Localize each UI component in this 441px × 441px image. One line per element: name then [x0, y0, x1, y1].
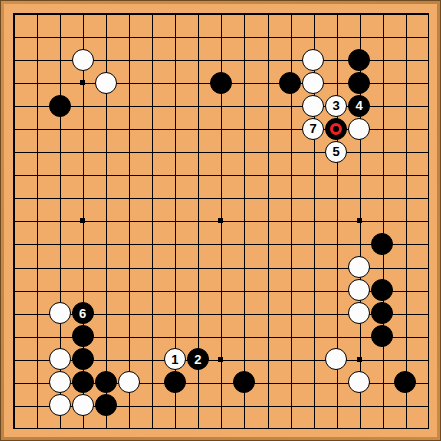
- star-point: [80, 218, 85, 223]
- stone-black-move-2[interactable]: 2: [187, 348, 209, 370]
- stone-white-move-7[interactable]: 7: [302, 118, 324, 140]
- go-board[interactable]: 3475126: [4, 4, 437, 437]
- stone-white[interactable]: [348, 302, 370, 324]
- stone-white[interactable]: [72, 49, 94, 71]
- stone-black[interactable]: [371, 325, 393, 347]
- star-point: [218, 218, 223, 223]
- star-point: [357, 218, 362, 223]
- stone-white[interactable]: [49, 302, 71, 324]
- stone-white[interactable]: [49, 394, 71, 416]
- stone-white-move-3[interactable]: 3: [325, 95, 347, 117]
- stone-black[interactable]: [371, 302, 393, 324]
- star-point: [357, 357, 362, 362]
- stone-black[interactable]: [394, 371, 416, 393]
- stone-black[interactable]: [95, 394, 117, 416]
- go-board-frame: 3475126: [0, 0, 441, 441]
- stone-white[interactable]: [348, 371, 370, 393]
- stone-white[interactable]: [348, 118, 370, 140]
- stone-white[interactable]: [95, 72, 117, 94]
- move-number: 6: [79, 306, 86, 319]
- star-point: [218, 357, 223, 362]
- stone-white[interactable]: [348, 256, 370, 278]
- stone-white[interactable]: [302, 72, 324, 94]
- stone-white[interactable]: [302, 49, 324, 71]
- stone-black[interactable]: [72, 325, 94, 347]
- stone-black[interactable]: [279, 72, 301, 94]
- stone-black-move-6[interactable]: 6: [72, 302, 94, 324]
- stone-black[interactable]: [72, 371, 94, 393]
- move-number: 4: [356, 99, 363, 112]
- star-point: [218, 80, 223, 85]
- move-number: 2: [194, 352, 201, 365]
- move-number: 1: [171, 352, 178, 365]
- star-point: [357, 80, 362, 85]
- stone-black[interactable]: [371, 279, 393, 301]
- stone-black[interactable]: [348, 49, 370, 71]
- stone-black[interactable]: [164, 371, 186, 393]
- stone-black[interactable]: [233, 371, 255, 393]
- stone-white[interactable]: [348, 279, 370, 301]
- stone-white[interactable]: [325, 348, 347, 370]
- stone-white-move-1[interactable]: 1: [164, 348, 186, 370]
- stone-black-marked[interactable]: [325, 118, 347, 140]
- move-number: 3: [333, 99, 340, 112]
- stone-white[interactable]: [49, 371, 71, 393]
- star-point: [80, 357, 85, 362]
- stone-white[interactable]: [72, 394, 94, 416]
- stone-white-move-5[interactable]: 5: [325, 141, 347, 163]
- stone-white[interactable]: [118, 371, 140, 393]
- move-number: 7: [310, 122, 317, 135]
- stone-black[interactable]: [49, 95, 71, 117]
- stone-black[interactable]: [371, 233, 393, 255]
- stone-black[interactable]: [95, 371, 117, 393]
- marked-stone-ring: [330, 123, 342, 135]
- stone-white[interactable]: [302, 95, 324, 117]
- star-point: [80, 80, 85, 85]
- stone-black-move-4[interactable]: 4: [348, 95, 370, 117]
- stone-white[interactable]: [49, 348, 71, 370]
- move-number: 5: [333, 145, 340, 158]
